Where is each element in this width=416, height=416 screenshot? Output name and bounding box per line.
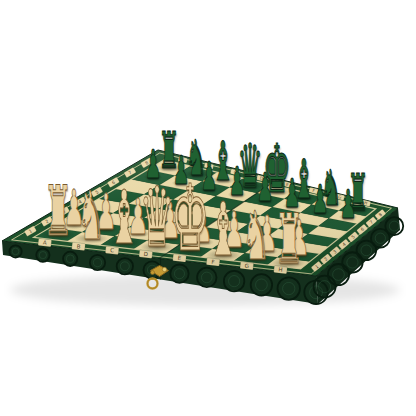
- latch-knob: [162, 267, 166, 271]
- chess-set-photo: AABBCCDDEEFFGGHH1122334455667788 ♜♞♝♛♚♝♞…: [0, 0, 416, 416]
- chess-board: AABBCCDDEEFFGGHH1122334455667788: [0, 0, 416, 416]
- latch-pin: [151, 271, 155, 275]
